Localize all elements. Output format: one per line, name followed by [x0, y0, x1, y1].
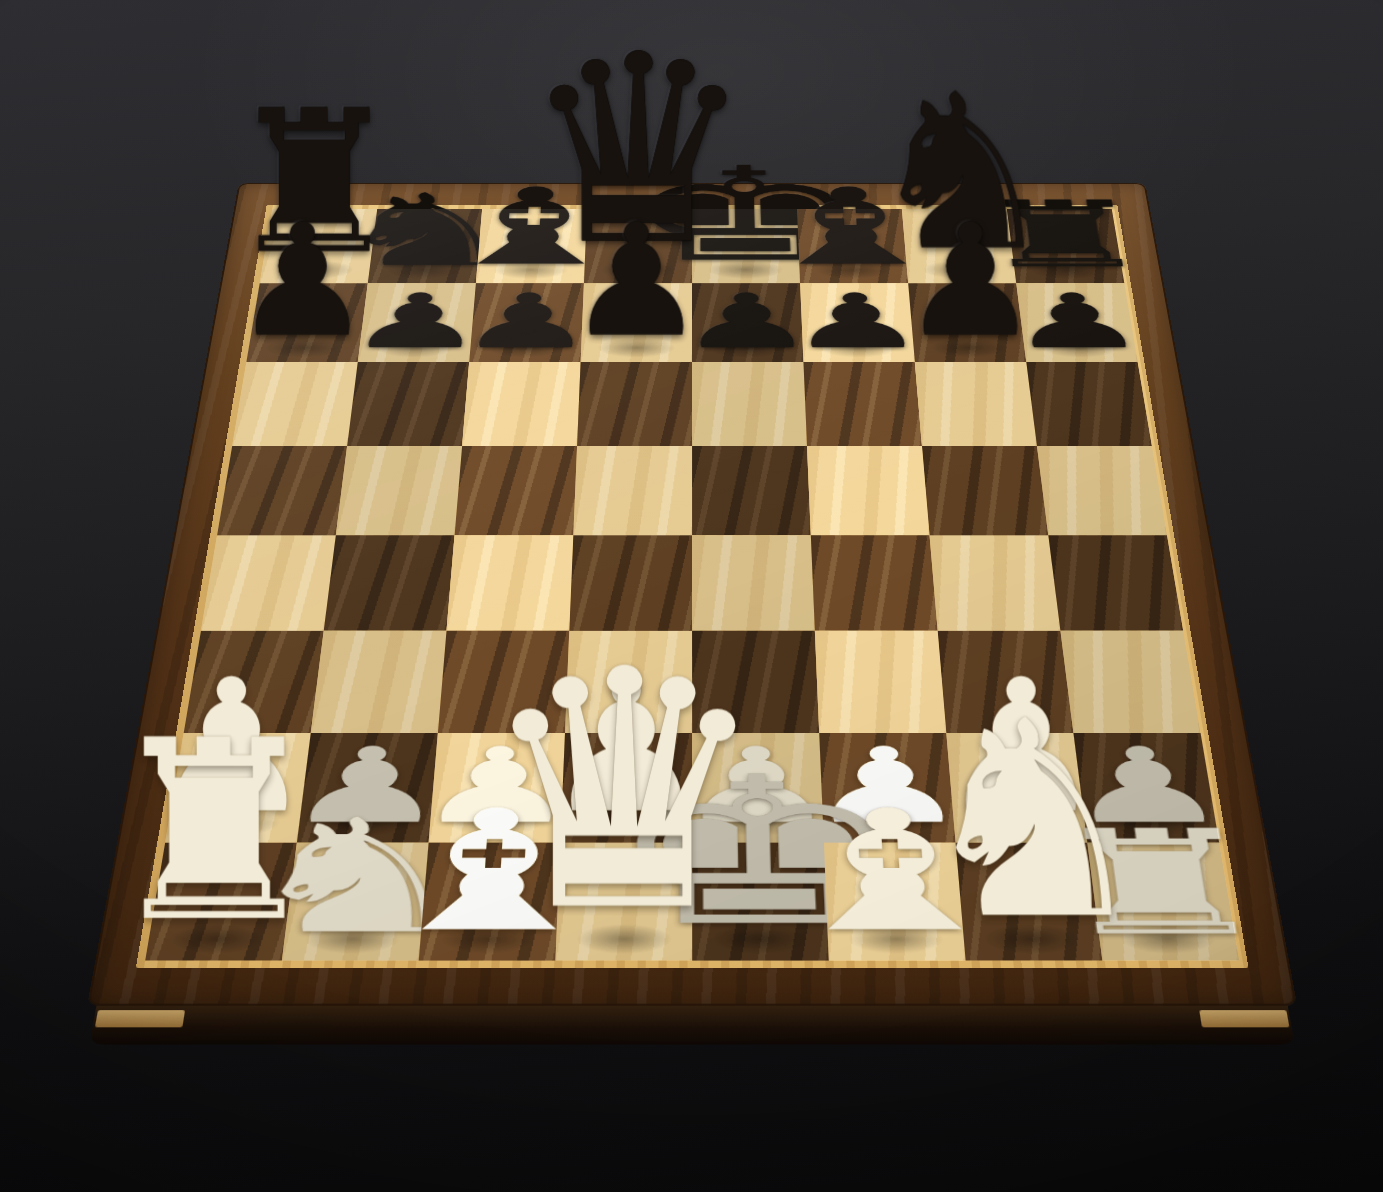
- square-c6[interactable]: [462, 362, 581, 446]
- photo-background: ♜♞♝♛♚♝♞♜♟♟♟♟♟♟♟♟♟♟♟♟♟♟♟♟♜♞♝♛♚♝♞♜: [0, 0, 1383, 1192]
- square-c5[interactable]: [454, 446, 577, 535]
- square-f5[interactable]: [806, 446, 929, 535]
- square-g4[interactable]: [929, 535, 1060, 630]
- square-d7[interactable]: ♟: [580, 283, 691, 362]
- square-h6[interactable]: [1026, 362, 1152, 446]
- piece-white-knight[interactable]: ♞: [911, 684, 1155, 956]
- square-e6[interactable]: [692, 362, 807, 446]
- square-b3[interactable]: [310, 631, 446, 733]
- square-a6[interactable]: [232, 362, 358, 446]
- board-edge: [89, 1006, 1295, 1045]
- square-a5[interactable]: [217, 446, 347, 535]
- square-e5[interactable]: [692, 446, 811, 535]
- board-frame: ♜♞♝♛♚♝♞♜♟♟♟♟♟♟♟♟♟♟♟♟♟♟♟♟♜♞♝♛♚♝♞♜: [86, 183, 1296, 1006]
- maple-corner-inlay-left: [94, 1010, 184, 1027]
- square-f4[interactable]: [810, 535, 937, 630]
- board-tilt-wrapper: ♜♞♝♛♚♝♞♜♟♟♟♟♟♟♟♟♟♟♟♟♟♟♟♟♜♞♝♛♚♝♞♜: [86, 183, 1296, 1006]
- square-a4[interactable]: [200, 535, 335, 630]
- square-h4[interactable]: [1048, 535, 1183, 630]
- square-b6[interactable]: [347, 362, 469, 446]
- piece-black-pawn[interactable]: ♟: [900, 204, 1040, 360]
- square-g6[interactable]: [914, 362, 1036, 446]
- piece-black-pawn[interactable]: ♟: [566, 204, 706, 360]
- piece-white-rook[interactable]: ♜: [102, 708, 325, 957]
- square-b5[interactable]: [335, 446, 461, 535]
- square-b4[interactable]: [323, 535, 454, 630]
- square-f7[interactable]: ♟: [800, 283, 915, 362]
- square-d1[interactable]: ♛: [555, 843, 692, 961]
- square-g5[interactable]: [921, 446, 1047, 535]
- square-d5[interactable]: [573, 446, 692, 535]
- chess-board: ♜♞♝♛♚♝♞♜♟♟♟♟♟♟♟♟♟♟♟♟♟♟♟♟♜♞♝♛♚♝♞♜: [145, 209, 1239, 961]
- square-a1[interactable]: ♜: [145, 843, 297, 961]
- maple-corner-inlay-right: [1199, 1010, 1289, 1027]
- square-a7[interactable]: ♟: [246, 283, 367, 362]
- square-g1[interactable]: ♞: [955, 843, 1102, 961]
- square-g7[interactable]: ♟: [908, 283, 1026, 362]
- piece-white-queen[interactable]: ♛: [475, 627, 771, 957]
- square-h5[interactable]: [1036, 446, 1166, 535]
- piece-black-pawn[interactable]: ♟: [232, 204, 372, 360]
- square-f6[interactable]: [803, 362, 922, 446]
- square-d6[interactable]: [577, 362, 692, 446]
- scene: ♜♞♝♛♚♝♞♜♟♟♟♟♟♟♟♟♟♟♟♟♟♟♟♟♜♞♝♛♚♝♞♜: [0, 0, 1383, 1192]
- maple-inlay-border: ♜♞♝♛♚♝♞♜♟♟♟♟♟♟♟♟♟♟♟♟♟♟♟♟♜♞♝♛♚♝♞♜: [135, 205, 1248, 968]
